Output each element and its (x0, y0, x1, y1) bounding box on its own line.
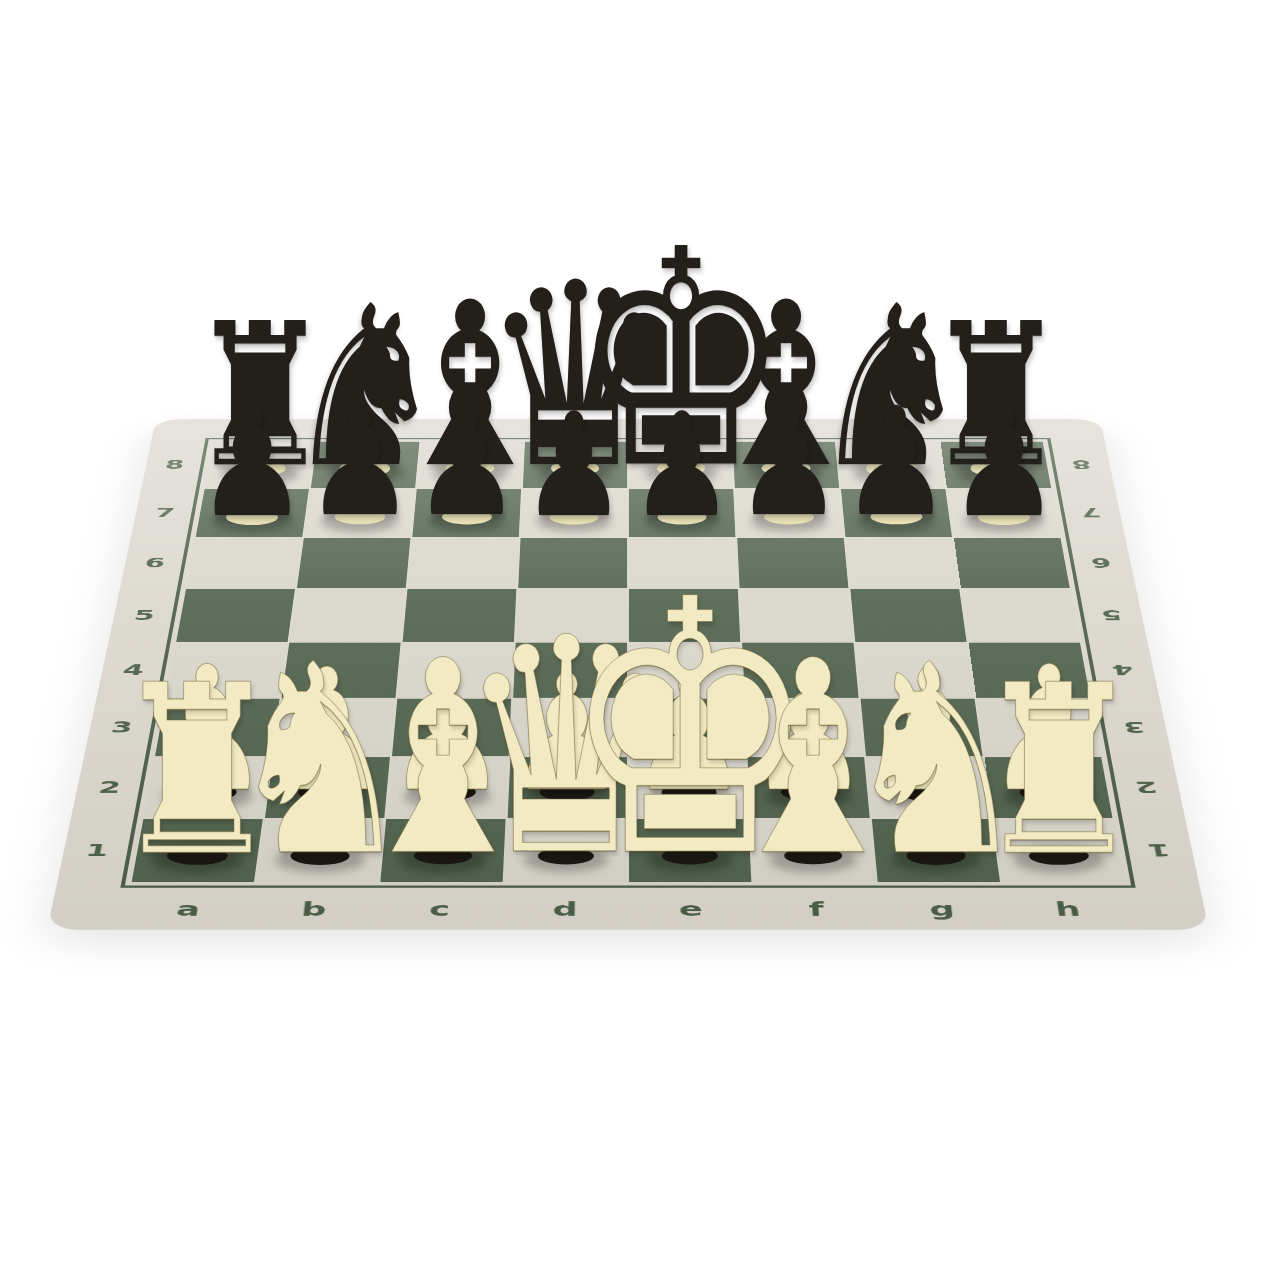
rank-label-right-8: 8 (1070, 458, 1092, 470)
pawn-glyph: ♟ (521, 393, 627, 537)
rook-glyph: ♜ (973, 654, 1145, 888)
rank-label-right-7: 7 (1080, 506, 1102, 519)
rank-label-right-5: 5 (1100, 608, 1123, 622)
pawn-glyph: ♟ (629, 393, 735, 537)
rank-label-left-5: 5 (133, 608, 156, 622)
rank-label-right-1: 1 (1146, 842, 1172, 859)
rank-label-left-8: 8 (164, 458, 186, 470)
pieces-layer: ♜♞♝♛♚♝♞♜♟♟♟♟♟♟♟♟♟♟♟♟♟♟♟♟♜♞♝♛♚♝♞♜ (0, 0, 1280, 1280)
pawn-glyph: ♟ (948, 385, 1060, 538)
rank-label-right-6: 6 (1090, 556, 1113, 569)
rank-label-left-6: 6 (144, 556, 167, 569)
pawn-glyph: ♟ (735, 391, 843, 538)
chess-set-photo: 11a22b33c44d55e66f77g88h ♜♞♝♛♚♝♞♜♟♟♟♟♟♟♟… (0, 0, 1280, 1280)
pawn-glyph: ♟ (196, 385, 308, 538)
pawn-glyph: ♟ (841, 388, 951, 538)
rank-label-left-1: 1 (84, 842, 110, 859)
pawn-glyph: ♟ (305, 388, 415, 538)
rank-label-left-7: 7 (154, 506, 176, 519)
pawn-glyph: ♟ (413, 391, 521, 538)
